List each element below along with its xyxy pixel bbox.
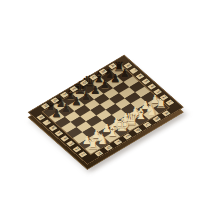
coordinate-label: 4 <box>61 135 70 141</box>
product-photo-stage: ♜♟♟♜♞♟♟♞♝♟♟♝♛♟♟♛♚♟♟♚♝♟♟♝♞♟♟♞♜♟♟♜ 88AA77B… <box>0 0 203 203</box>
coordinate-label: A <box>162 110 171 116</box>
coordinate-label: B <box>152 116 161 122</box>
coordinate-label: 2 <box>73 146 82 152</box>
coordinate-label: 7 <box>43 119 52 125</box>
coordinate-label: H <box>94 150 103 156</box>
coordinate-label: G <box>104 145 113 151</box>
board-field: ♜♟♟♜♞♟♟♞♝♟♟♝♛♟♟♛♚♟♟♚♝♟♟♝♞♟♟♞♜♟♟♜ <box>43 66 168 154</box>
coordinate-label: 7 <box>130 67 139 73</box>
coordinate-label: 4 <box>148 83 157 89</box>
coordinate-label: 5 <box>55 130 64 136</box>
coordinate-label: E <box>123 133 132 139</box>
coordinate-label: C <box>143 122 152 128</box>
chess-board: ♜♟♟♜♞♟♟♞♝♟♟♝♛♟♟♛♚♟♟♚♝♟♟♝♞♟♟♞♜♟♟♜ 88AA77B… <box>28 55 184 165</box>
coordinate-label: 5 <box>142 78 151 84</box>
coordinate-label: 6 <box>136 73 145 79</box>
coordinate-label: 6 <box>49 125 58 131</box>
white-rook[interactable]: ♜ <box>87 139 98 150</box>
coordinate-label: D <box>133 127 142 133</box>
coordinate-label: 3 <box>67 140 76 146</box>
coordinate-label: 1 <box>166 99 175 105</box>
coordinate-label: F <box>114 139 123 145</box>
